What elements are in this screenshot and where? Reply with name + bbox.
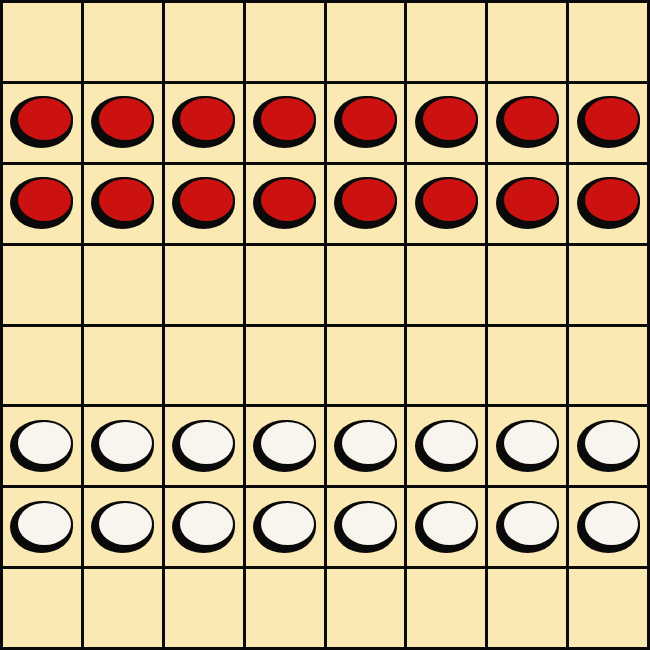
- piece-top: [178, 501, 235, 547]
- board-cell[interactable]: [569, 84, 647, 162]
- board-cell[interactable]: [84, 327, 162, 405]
- red-piece[interactable]: [577, 96, 640, 149]
- white-piece[interactable]: [172, 420, 235, 473]
- board-cell[interactable]: [488, 488, 566, 566]
- board-cell[interactable]: [488, 327, 566, 405]
- red-piece[interactable]: [415, 177, 478, 230]
- piece-top: [421, 501, 478, 547]
- board-cell[interactable]: [569, 488, 647, 566]
- board-cell[interactable]: [407, 569, 485, 647]
- white-piece[interactable]: [577, 420, 640, 473]
- white-piece[interactable]: [415, 420, 478, 473]
- piece-top: [421, 420, 478, 466]
- piece-top: [340, 96, 397, 142]
- board-cell[interactable]: [488, 246, 566, 324]
- board-cell[interactable]: [3, 569, 81, 647]
- board-cell[interactable]: [327, 569, 405, 647]
- board-cell[interactable]: [165, 327, 243, 405]
- red-piece[interactable]: [577, 177, 640, 230]
- board-cell[interactable]: [407, 84, 485, 162]
- red-piece[interactable]: [253, 177, 316, 230]
- white-piece[interactable]: [496, 420, 559, 473]
- piece-top: [340, 177, 397, 223]
- board-cell[interactable]: [165, 488, 243, 566]
- piece-top: [259, 501, 316, 547]
- board-cell[interactable]: [327, 327, 405, 405]
- board-cell[interactable]: [3, 246, 81, 324]
- board-cell[interactable]: [246, 84, 324, 162]
- board-cell[interactable]: [165, 407, 243, 485]
- board-cell[interactable]: [327, 3, 405, 81]
- board-cell[interactable]: [407, 165, 485, 243]
- dama-board: [0, 0, 650, 650]
- board-cell[interactable]: [488, 3, 566, 81]
- piece-top: [421, 177, 478, 223]
- red-piece[interactable]: [253, 96, 316, 149]
- board-cell[interactable]: [165, 3, 243, 81]
- board-cell[interactable]: [165, 246, 243, 324]
- piece-top: [97, 501, 154, 547]
- piece-top: [502, 420, 559, 466]
- piece-top: [178, 177, 235, 223]
- piece-top: [583, 420, 640, 466]
- piece-top: [421, 96, 478, 142]
- board-cell[interactable]: [165, 165, 243, 243]
- board-cell[interactable]: [407, 327, 485, 405]
- board-cell[interactable]: [327, 84, 405, 162]
- board-cell[interactable]: [3, 84, 81, 162]
- board-cell[interactable]: [569, 3, 647, 81]
- board-cell[interactable]: [488, 84, 566, 162]
- white-piece[interactable]: [172, 501, 235, 554]
- board-cell[interactable]: [3, 3, 81, 81]
- board-cell[interactable]: [84, 407, 162, 485]
- piece-top: [583, 501, 640, 547]
- white-piece[interactable]: [91, 501, 154, 554]
- board-cell[interactable]: [84, 3, 162, 81]
- red-piece[interactable]: [334, 96, 397, 149]
- board-cell[interactable]: [407, 3, 485, 81]
- board-cell[interactable]: [488, 569, 566, 647]
- board-cell[interactable]: [84, 165, 162, 243]
- board-cell[interactable]: [569, 327, 647, 405]
- board-cell[interactable]: [246, 569, 324, 647]
- red-piece[interactable]: [172, 96, 235, 149]
- board-cell[interactable]: [3, 165, 81, 243]
- piece-top: [340, 420, 397, 466]
- piece-top: [502, 177, 559, 223]
- red-piece[interactable]: [334, 177, 397, 230]
- piece-top: [97, 420, 154, 466]
- board-cell[interactable]: [569, 407, 647, 485]
- red-piece[interactable]: [496, 177, 559, 230]
- board-cell[interactable]: [84, 246, 162, 324]
- board-cell[interactable]: [246, 488, 324, 566]
- red-piece[interactable]: [91, 177, 154, 230]
- piece-top: [16, 501, 73, 547]
- red-piece[interactable]: [10, 177, 73, 230]
- white-piece[interactable]: [91, 420, 154, 473]
- board-cell[interactable]: [246, 165, 324, 243]
- piece-top: [502, 501, 559, 547]
- white-piece[interactable]: [415, 501, 478, 554]
- board-cell[interactable]: [3, 407, 81, 485]
- piece-top: [259, 177, 316, 223]
- piece-top: [583, 177, 640, 223]
- piece-top: [16, 420, 73, 466]
- white-piece[interactable]: [334, 501, 397, 554]
- white-piece[interactable]: [10, 420, 73, 473]
- white-piece[interactable]: [253, 501, 316, 554]
- white-piece[interactable]: [334, 420, 397, 473]
- board-cell[interactable]: [246, 246, 324, 324]
- piece-top: [502, 96, 559, 142]
- board-cell[interactable]: [165, 84, 243, 162]
- board-cell[interactable]: [569, 569, 647, 647]
- board-cell[interactable]: [327, 488, 405, 566]
- red-piece[interactable]: [172, 177, 235, 230]
- board-cell[interactable]: [165, 569, 243, 647]
- red-piece[interactable]: [496, 96, 559, 149]
- red-piece[interactable]: [10, 96, 73, 149]
- white-piece[interactable]: [10, 501, 73, 554]
- board-cell[interactable]: [569, 246, 647, 324]
- game-board-wrapper: [0, 0, 650, 650]
- board-cell[interactable]: [407, 246, 485, 324]
- white-piece[interactable]: [577, 501, 640, 554]
- board-cell[interactable]: [407, 488, 485, 566]
- board-cell[interactable]: [327, 407, 405, 485]
- board-cell[interactable]: [327, 165, 405, 243]
- red-piece[interactable]: [415, 96, 478, 149]
- board-cell[interactable]: [488, 165, 566, 243]
- board-cell[interactable]: [84, 569, 162, 647]
- board-cell[interactable]: [3, 327, 81, 405]
- board-cell[interactable]: [84, 84, 162, 162]
- red-piece[interactable]: [91, 96, 154, 149]
- board-cell[interactable]: [569, 165, 647, 243]
- board-cell[interactable]: [246, 327, 324, 405]
- piece-top: [259, 420, 316, 466]
- white-piece[interactable]: [496, 501, 559, 554]
- piece-top: [178, 420, 235, 466]
- board-cell[interactable]: [488, 407, 566, 485]
- board-cell[interactable]: [246, 3, 324, 81]
- board-cell[interactable]: [246, 407, 324, 485]
- board-cell[interactable]: [84, 488, 162, 566]
- board-cell[interactable]: [407, 407, 485, 485]
- white-piece[interactable]: [253, 420, 316, 473]
- piece-top: [340, 501, 397, 547]
- board-cell[interactable]: [327, 246, 405, 324]
- board-cell[interactable]: [3, 488, 81, 566]
- piece-top: [583, 96, 640, 142]
